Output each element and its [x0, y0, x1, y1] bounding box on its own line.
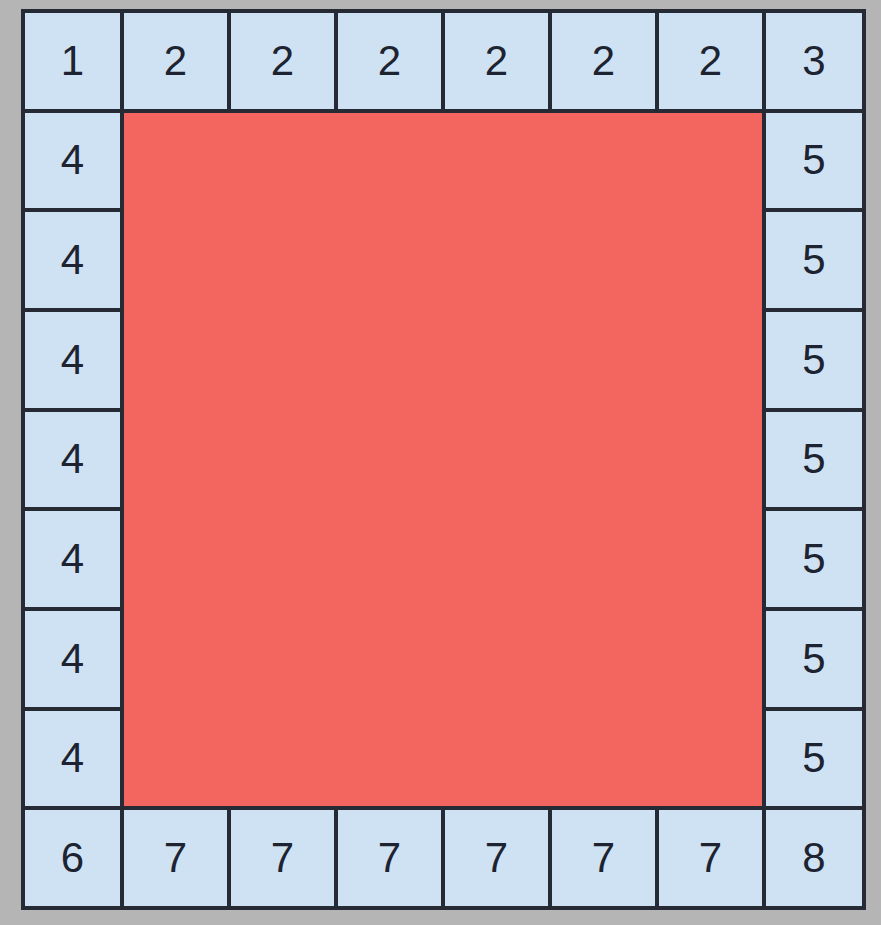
border-cell-r8-c1: 4	[23, 709, 122, 809]
border-cell-r8-c8: 5	[764, 709, 864, 809]
border-cell-r1-c3: 2	[229, 11, 336, 111]
border-cell-r1-c4: 2	[336, 11, 443, 111]
border-cell-r6-c8: 5	[764, 509, 864, 609]
border-cell-r4-c1: 4	[23, 310, 122, 410]
interior-region	[122, 111, 764, 809]
border-cell-r2-c8: 5	[764, 111, 864, 211]
border-cell-r3-c1: 4	[23, 210, 122, 310]
border-cell-r4-c8: 5	[764, 310, 864, 410]
border-cell-r9-c2: 7	[122, 808, 229, 908]
border-cell-r6-c1: 4	[23, 509, 122, 609]
border-cell-r9-c5: 7	[443, 808, 550, 908]
border-cell-r9-c1: 6	[23, 808, 122, 908]
border-cell-r9-c8: 8	[764, 808, 864, 908]
grid-board: 122222234545454545454567777778	[21, 9, 866, 910]
border-cell-r1-c7: 2	[657, 11, 764, 111]
border-cell-r9-c4: 7	[336, 808, 443, 908]
border-cell-r9-c7: 7	[657, 808, 764, 908]
border-cell-r5-c1: 4	[23, 410, 122, 510]
border-cell-r1-c2: 2	[122, 11, 229, 111]
border-cell-r3-c8: 5	[764, 210, 864, 310]
border-cell-r1-c8: 3	[764, 11, 864, 111]
border-cell-r1-c5: 2	[443, 11, 550, 111]
border-cell-r9-c3: 7	[229, 808, 336, 908]
border-cell-r9-c6: 7	[550, 808, 657, 908]
border-cell-r1-c1: 1	[23, 11, 122, 111]
border-cell-r1-c6: 2	[550, 11, 657, 111]
border-cell-r7-c8: 5	[764, 609, 864, 709]
border-cell-r2-c1: 4	[23, 111, 122, 211]
border-cell-r5-c8: 5	[764, 410, 864, 510]
border-cell-r7-c1: 4	[23, 609, 122, 709]
